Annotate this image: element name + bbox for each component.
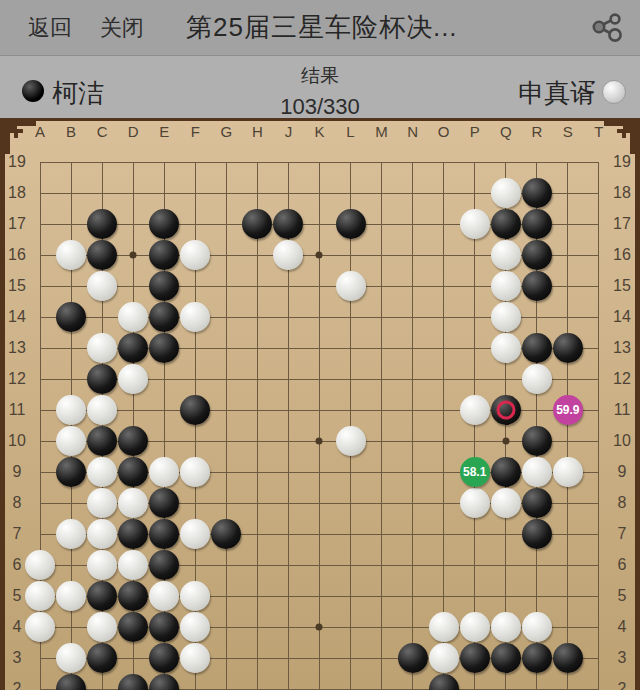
board-frame-left — [0, 118, 5, 690]
board-frame-top — [0, 118, 640, 121]
white-stone-icon — [602, 80, 626, 104]
share-icon[interactable] — [590, 10, 626, 46]
move-counter: 103/330 — [220, 94, 420, 120]
go-board[interactable] — [0, 118, 640, 690]
result-panel: 结果 103/330 — [220, 63, 420, 120]
black-stone-icon — [22, 80, 44, 102]
app-screen: 返回 关闭 第25届三星车险杯决... 柯洁 结果 103/330 申真谞 — [0, 0, 640, 690]
white-player-name: 申真谞 — [518, 76, 596, 111]
player-bar: 柯洁 结果 103/330 申真谞 — [0, 56, 640, 119]
back-button[interactable]: 返回 — [28, 13, 72, 43]
page-title: 第25届三星车险杯决... — [186, 10, 458, 45]
board-frame-right — [635, 118, 640, 690]
top-bar: 返回 关闭 第25届三星车险杯决... — [0, 0, 640, 56]
board-corner-ornament-left — [2, 119, 38, 155]
black-player-name: 柯洁 — [52, 76, 104, 111]
close-button[interactable]: 关闭 — [100, 13, 144, 43]
board-corner-ornament-right — [602, 119, 638, 155]
result-label: 结果 — [220, 63, 420, 89]
